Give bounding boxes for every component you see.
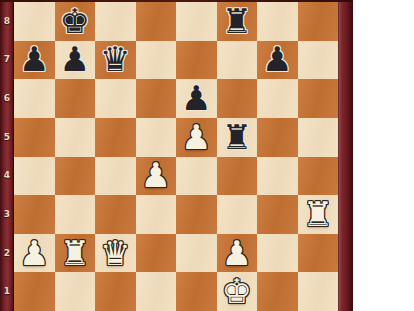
square-f6 bbox=[217, 79, 258, 118]
square-b1 bbox=[55, 272, 96, 311]
square-a5 bbox=[14, 118, 55, 157]
square-d2 bbox=[136, 234, 177, 273]
square-c3 bbox=[95, 195, 136, 234]
piece-white-rook-h3: ♜ bbox=[298, 195, 339, 234]
rank-label-7: 7 bbox=[0, 41, 14, 80]
rank-label-4: 4 bbox=[0, 157, 14, 196]
square-e5: ♟ bbox=[176, 118, 217, 157]
square-e1 bbox=[176, 272, 217, 311]
square-a3 bbox=[14, 195, 55, 234]
square-g4 bbox=[257, 157, 298, 196]
board-right-frame bbox=[338, 0, 353, 311]
piece-white-pawn-d4: ♟ bbox=[136, 157, 177, 196]
rank-label-2: 2 bbox=[0, 234, 14, 273]
square-h2 bbox=[298, 234, 339, 273]
rank-label-5: 5 bbox=[0, 118, 14, 157]
square-c5 bbox=[95, 118, 136, 157]
square-h7 bbox=[298, 41, 339, 80]
square-h3: ♜ bbox=[298, 195, 339, 234]
square-f5: ♜ bbox=[217, 118, 258, 157]
square-h1 bbox=[298, 272, 339, 311]
square-g6 bbox=[257, 79, 298, 118]
square-e3 bbox=[176, 195, 217, 234]
square-d1 bbox=[136, 272, 177, 311]
piece-white-pawn-e5: ♟ bbox=[176, 118, 217, 157]
piece-black-rook-f5: ♜ bbox=[217, 118, 258, 157]
square-c4 bbox=[95, 157, 136, 196]
square-d8 bbox=[136, 2, 177, 41]
rank-label-3: 3 bbox=[0, 195, 14, 234]
square-b5 bbox=[55, 118, 96, 157]
piece-white-queen-c2: ♛ bbox=[95, 234, 136, 273]
square-d6 bbox=[136, 79, 177, 118]
square-c8 bbox=[95, 2, 136, 41]
chess-board: ♚♜♟♟♛♟♟♟♜♟♜♟♜♛♟♚ bbox=[14, 2, 338, 311]
square-a2: ♟ bbox=[14, 234, 55, 273]
square-g7: ♟ bbox=[257, 41, 298, 80]
rank-label-8: 8 bbox=[0, 2, 14, 41]
square-d5 bbox=[136, 118, 177, 157]
rank-labels: 87654321 bbox=[0, 2, 14, 311]
square-f7 bbox=[217, 41, 258, 80]
square-a4 bbox=[14, 157, 55, 196]
piece-black-queen-c7: ♛ bbox=[95, 41, 136, 80]
square-g3 bbox=[257, 195, 298, 234]
piece-white-pawn-f2: ♟ bbox=[217, 234, 258, 273]
square-d3 bbox=[136, 195, 177, 234]
square-b8: ♚ bbox=[55, 2, 96, 41]
chess-diagram: 87654321 ♚♜♟♟♛♟♟♟♜♟♜♟♜♛♟♚ bbox=[0, 0, 353, 311]
square-c7: ♛ bbox=[95, 41, 136, 80]
square-h6 bbox=[298, 79, 339, 118]
square-b7: ♟ bbox=[55, 41, 96, 80]
piece-black-pawn-e6: ♟ bbox=[176, 79, 217, 118]
square-c2: ♛ bbox=[95, 234, 136, 273]
square-e4 bbox=[176, 157, 217, 196]
piece-black-rook-f8: ♜ bbox=[217, 2, 258, 41]
square-d7 bbox=[136, 41, 177, 80]
square-f3 bbox=[217, 195, 258, 234]
square-b4 bbox=[55, 157, 96, 196]
piece-white-king-f1: ♚ bbox=[217, 272, 258, 311]
square-e8 bbox=[176, 2, 217, 41]
square-f1: ♚ bbox=[217, 272, 258, 311]
square-f2: ♟ bbox=[217, 234, 258, 273]
square-e6: ♟ bbox=[176, 79, 217, 118]
square-e2 bbox=[176, 234, 217, 273]
square-g2 bbox=[257, 234, 298, 273]
piece-black-king-b8: ♚ bbox=[55, 2, 96, 41]
square-g8 bbox=[257, 2, 298, 41]
square-f8: ♜ bbox=[217, 2, 258, 41]
square-c1 bbox=[95, 272, 136, 311]
square-a1 bbox=[14, 272, 55, 311]
piece-black-pawn-g7: ♟ bbox=[257, 41, 298, 80]
square-e7 bbox=[176, 41, 217, 80]
square-a8 bbox=[14, 2, 55, 41]
page: 87654321 ♚♜♟♟♛♟♟♟♜♟♜♟♜♛♟♚ bbox=[0, 0, 414, 311]
rank-label-1: 1 bbox=[0, 272, 14, 311]
square-h5 bbox=[298, 118, 339, 157]
board-top-edge bbox=[0, 0, 353, 2]
square-g5 bbox=[257, 118, 298, 157]
piece-black-pawn-a7: ♟ bbox=[14, 41, 55, 80]
piece-white-pawn-a2: ♟ bbox=[14, 234, 55, 273]
rank-label-6: 6 bbox=[0, 79, 14, 118]
square-h4 bbox=[298, 157, 339, 196]
piece-white-rook-b2: ♜ bbox=[55, 234, 96, 273]
square-g1 bbox=[257, 272, 298, 311]
square-b3 bbox=[55, 195, 96, 234]
square-f4 bbox=[217, 157, 258, 196]
piece-black-pawn-b7: ♟ bbox=[55, 41, 96, 80]
square-b6 bbox=[55, 79, 96, 118]
square-h8 bbox=[298, 2, 339, 41]
square-c6 bbox=[95, 79, 136, 118]
square-b2: ♜ bbox=[55, 234, 96, 273]
square-a6 bbox=[14, 79, 55, 118]
square-d4: ♟ bbox=[136, 157, 177, 196]
square-a7: ♟ bbox=[14, 41, 55, 80]
